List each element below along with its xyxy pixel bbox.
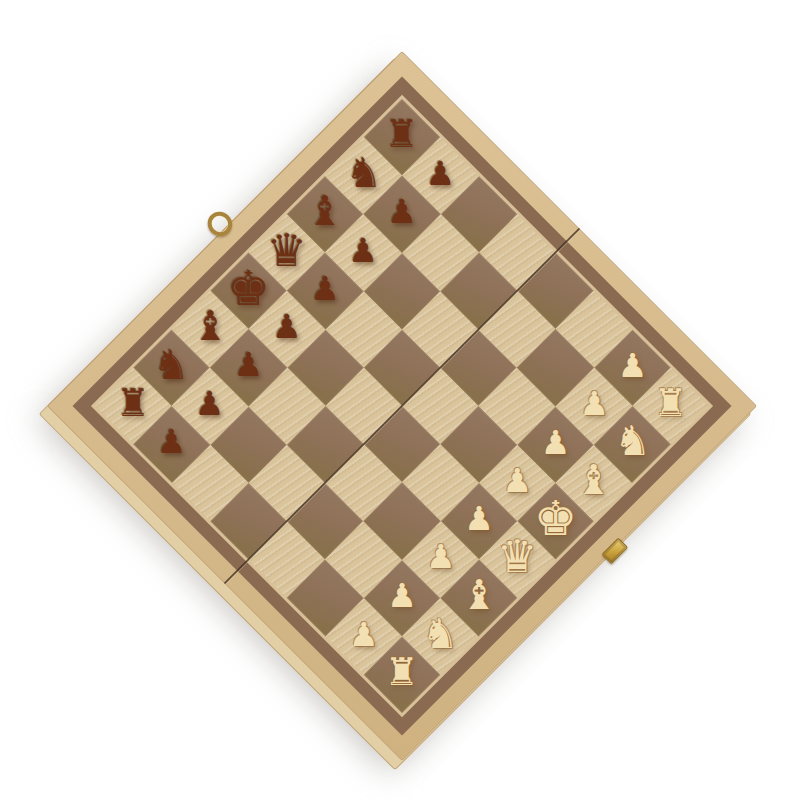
product-photo-stage: ♜♟♟♜♞♟♟♞♝♟♟♝♛♟♟♚♚♟♟♛♝♟♟♝♞♟♟♞♜♟♟♜ bbox=[0, 0, 800, 800]
piece-white-rook-a1[interactable]: ♜ bbox=[375, 644, 429, 698]
chess-board: ♜♟♟♜♞♟♟♞♝♟♟♝♛♟♟♚♚♟♟♛♝♟♟♝♞♟♟♞♜♟♟♜ bbox=[47, 51, 757, 761]
piece-black-pawn-a7[interactable]: ♟ bbox=[145, 414, 199, 468]
brass-clasp bbox=[601, 538, 628, 565]
brass-ring bbox=[203, 207, 238, 242]
